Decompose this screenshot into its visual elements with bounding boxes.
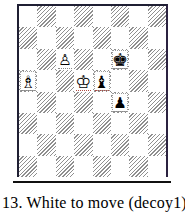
square-b2 (37, 134, 55, 155)
square-b5 (37, 70, 55, 91)
square-b6 (37, 49, 55, 70)
page: ♙♚♗♔♝♟ 13. White to move (decoy1) (0, 0, 185, 219)
square-g2 (129, 134, 147, 155)
square-d3 (74, 113, 92, 134)
square-a1 (19, 156, 37, 177)
square-c1 (56, 156, 74, 177)
square-c7 (56, 27, 74, 48)
white-king-piece: ♔ (75, 72, 91, 92)
piece-baseline (58, 68, 72, 69)
square-e3 (93, 113, 111, 134)
square-f5 (111, 70, 129, 91)
black-bishop-piece: ♝ (94, 72, 109, 92)
square-g1 (129, 156, 147, 177)
square-c5 (56, 70, 74, 91)
square-b4 (37, 92, 55, 113)
square-e2 (93, 134, 111, 155)
square-a8 (19, 6, 37, 27)
square-d5: ♔ (74, 70, 92, 91)
square-f3 (111, 113, 129, 134)
square-g8 (129, 6, 147, 27)
square-a5: ♗ (19, 70, 37, 91)
square-b3 (37, 113, 55, 134)
square-a3 (19, 113, 37, 134)
square-b1 (37, 156, 55, 177)
square-h7 (148, 27, 166, 48)
white-bishop-piece: ♗ (21, 72, 36, 92)
square-h8 (148, 6, 166, 27)
square-c2 (56, 134, 74, 155)
square-f6: ♚ (111, 49, 129, 70)
square-c3 (56, 113, 74, 134)
square-f8 (111, 6, 129, 27)
square-e8 (93, 6, 111, 27)
square-a4 (19, 92, 37, 113)
square-d4 (74, 92, 92, 113)
square-e6 (93, 49, 111, 70)
square-b8 (37, 6, 55, 27)
square-f2 (111, 134, 129, 155)
square-g7 (129, 27, 147, 48)
square-h1 (148, 156, 166, 177)
square-e5: ♝ (93, 70, 111, 91)
piece-baseline (21, 90, 35, 91)
board-grid: ♙♚♗♔♝♟ (19, 6, 166, 177)
square-f7 (111, 27, 129, 48)
diagram-caption: 13. White to move (decoy1) (2, 194, 184, 212)
square-d6 (74, 49, 92, 70)
square-g4 (129, 92, 147, 113)
board-bottom-rule (13, 181, 171, 183)
square-h2 (148, 134, 166, 155)
square-d8 (74, 6, 92, 27)
square-g6 (129, 49, 147, 70)
black-king-piece: ♚ (112, 50, 128, 70)
square-g3 (129, 113, 147, 134)
square-e7 (93, 27, 111, 48)
square-h5 (148, 70, 166, 91)
square-c4 (56, 92, 74, 113)
square-b7 (37, 27, 55, 48)
square-f4: ♟ (111, 92, 129, 113)
square-e4 (93, 92, 111, 113)
square-h3 (148, 113, 166, 134)
square-h6 (148, 49, 166, 70)
piece-baseline (113, 68, 127, 69)
square-a2 (19, 134, 37, 155)
square-d1 (74, 156, 92, 177)
square-c6: ♙ (56, 49, 74, 70)
square-g5 (129, 70, 147, 91)
piece-baseline (76, 90, 90, 91)
piece-baseline (113, 111, 127, 112)
square-c8 (56, 6, 74, 27)
square-f1 (111, 156, 129, 177)
chess-board: ♙♚♗♔♝♟ (17, 4, 168, 177)
piece-baseline (95, 90, 109, 91)
square-a7 (19, 27, 37, 48)
square-h4 (148, 92, 166, 113)
square-e1 (93, 156, 111, 177)
square-d7 (74, 27, 92, 48)
square-d2 (74, 134, 92, 155)
square-a6 (19, 49, 37, 70)
